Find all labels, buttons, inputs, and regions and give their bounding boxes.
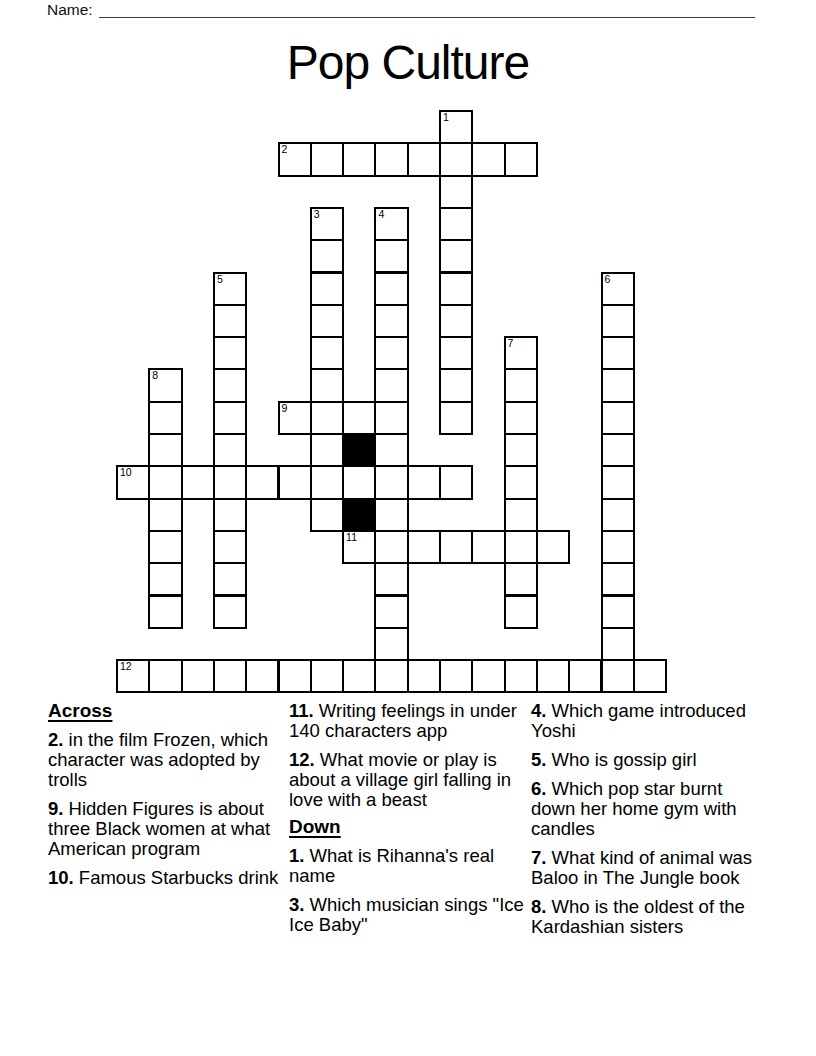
grid-cell[interactable]: [213, 562, 247, 596]
clue-number: 1.: [289, 845, 304, 866]
grid-cell[interactable]: [213, 595, 247, 629]
grid-cell[interactable]: [148, 401, 182, 435]
clue-down-1: 1. What is Rihanna's real name: [289, 846, 529, 886]
grid-cell[interactable]: [342, 659, 376, 693]
cell-number: 6: [605, 273, 611, 285]
cell-number: 12: [120, 660, 132, 672]
grid-cell[interactable]: [278, 659, 312, 693]
grid-cell[interactable]: [407, 142, 441, 176]
clue-column-3: 4. Which game introduced Yoshi 5. Who is…: [531, 701, 753, 937]
clue-number: 12.: [289, 749, 315, 770]
grid-cell[interactable]: [568, 659, 602, 693]
grid-cell[interactable]: [439, 142, 473, 176]
grid-cell[interactable]: [213, 530, 247, 564]
grid-cell[interactable]: [310, 465, 344, 499]
grid-cell[interactable]: [439, 659, 473, 693]
grid-cell[interactable]: [407, 659, 441, 693]
grid-cell[interactable]: 6: [601, 272, 635, 306]
clue-down-3: 3. Which musician sings "Ice Ice Baby": [289, 895, 529, 935]
grid-cell[interactable]: [148, 595, 182, 629]
grid-cell[interactable]: [213, 659, 247, 693]
grid-cell[interactable]: [148, 562, 182, 596]
grid-cell[interactable]: [374, 336, 408, 370]
name-row: Name:: [47, 1, 755, 18]
grid-cell[interactable]: [213, 465, 247, 499]
cell-number: 4: [378, 208, 384, 220]
grid-cell[interactable]: [439, 239, 473, 273]
page-title: Pop Culture: [0, 34, 816, 92]
clue-across-12: 12. What movie or play is about a villag…: [289, 750, 529, 810]
grid-cell[interactable]: 3: [310, 207, 344, 241]
grid-cell[interactable]: [504, 530, 538, 564]
clue-number: 10.: [48, 867, 74, 888]
grid-cell[interactable]: [278, 465, 312, 499]
cell-number: 3: [314, 208, 320, 220]
grid-cell[interactable]: [374, 498, 408, 532]
clue-number: 9.: [48, 798, 63, 819]
grid-cell[interactable]: [504, 368, 538, 402]
cell-number: 2: [282, 143, 288, 155]
clue-text: Which musician sings "Ice Ice Baby": [289, 894, 524, 935]
grid-cell[interactable]: [374, 595, 408, 629]
grid-cell[interactable]: [504, 142, 538, 176]
clue-text: Who is gossip girl: [552, 749, 697, 770]
grid-cell[interactable]: [310, 239, 344, 273]
grid-cell[interactable]: [504, 595, 538, 629]
grid-cell[interactable]: [504, 465, 538, 499]
clue-text: What movie or play is about a village gi…: [289, 749, 511, 810]
grid-cell[interactable]: [439, 401, 473, 435]
grid-cell[interactable]: [601, 401, 635, 435]
grid-cell[interactable]: [245, 465, 279, 499]
grid-cell[interactable]: [374, 142, 408, 176]
clue-across-11: 11. Writing feelings in under 140 charac…: [289, 701, 529, 741]
grid-cell[interactable]: [601, 368, 635, 402]
clue-across-9: 9. Hidden Figures is about three Black w…: [48, 799, 284, 859]
grid-cell[interactable]: [439, 272, 473, 306]
grid-cell[interactable]: [439, 304, 473, 338]
grid-cell[interactable]: [504, 498, 538, 532]
cell-number: 7: [508, 337, 514, 349]
grid-cell[interactable]: [374, 368, 408, 402]
grid-cell[interactable]: 5: [213, 272, 247, 306]
clue-down-7: 7. What kind of animal was Baloo in The …: [531, 848, 753, 888]
grid-cell[interactable]: [310, 401, 344, 435]
clue-text: What is Rihanna's real name: [289, 845, 494, 886]
name-label: Name:: [47, 1, 93, 18]
grid-cell[interactable]: [148, 433, 182, 467]
name-input-line[interactable]: [99, 1, 755, 18]
grid-cell[interactable]: [601, 336, 635, 370]
blocked-cell: [342, 498, 376, 532]
crossword-grid: 123456789101112: [117, 111, 666, 692]
grid-cell[interactable]: [213, 498, 247, 532]
grid-cell[interactable]: [374, 465, 408, 499]
grid-cell[interactable]: [601, 562, 635, 596]
cell-number: 1: [443, 111, 449, 123]
grid-cell[interactable]: [407, 530, 441, 564]
clue-text: Hidden Figures is about three Black wome…: [48, 798, 270, 859]
grid-cell[interactable]: [504, 562, 538, 596]
grid-cell[interactable]: [439, 175, 473, 209]
clue-number: 5.: [531, 749, 546, 770]
grid-cell[interactable]: 9: [278, 401, 312, 435]
grid-cell[interactable]: [213, 401, 247, 435]
grid-cell[interactable]: [374, 562, 408, 596]
grid-cell[interactable]: [213, 336, 247, 370]
clue-text: Who is the oldest of the Kardashian sist…: [531, 896, 745, 937]
grid-cell[interactable]: [181, 659, 215, 693]
grid-cell[interactable]: [374, 530, 408, 564]
worksheet-page: Name: Pop Culture 123456789101112 Across…: [0, 0, 816, 1056]
grid-cell[interactable]: 10: [116, 465, 150, 499]
grid-cell[interactable]: [633, 659, 667, 693]
grid-cell[interactable]: [601, 659, 635, 693]
grid-cell[interactable]: [148, 530, 182, 564]
grid-cell[interactable]: [601, 595, 635, 629]
grid-cell[interactable]: [374, 239, 408, 273]
grid-cell[interactable]: 4: [374, 207, 408, 241]
grid-cell[interactable]: [536, 659, 570, 693]
grid-cell[interactable]: [310, 142, 344, 176]
grid-cell[interactable]: [601, 433, 635, 467]
clue-number: 6.: [531, 778, 546, 799]
clue-number: 11.: [289, 700, 314, 721]
grid-cell[interactable]: [504, 659, 538, 693]
grid-cell[interactable]: 12: [116, 659, 150, 693]
grid-cell[interactable]: [471, 530, 505, 564]
clue-column-2: 11. Writing feelings in under 140 charac…: [289, 701, 529, 935]
clue-text: Famous Starbucks drink: [79, 867, 278, 888]
grid-cell[interactable]: [310, 336, 344, 370]
clue-down-4: 4. Which game introduced Yoshi: [531, 701, 753, 741]
grid-cell[interactable]: [601, 498, 635, 532]
clue-across-2: 2. in the film Frozen, which character w…: [48, 730, 284, 790]
grid-cell[interactable]: 2: [278, 142, 312, 176]
clue-number: 3.: [289, 894, 304, 915]
grid-cell[interactable]: [148, 498, 182, 532]
clue-across-10: 10. Famous Starbucks drink: [48, 868, 284, 888]
grid-cell[interactable]: 11: [342, 530, 376, 564]
across-heading: Across: [48, 701, 284, 721]
grid-cell[interactable]: [374, 433, 408, 467]
clue-down-6: 6. Which pop star burnt down her home gy…: [531, 779, 753, 839]
grid-cell[interactable]: [181, 465, 215, 499]
grid-cell[interactable]: [439, 368, 473, 402]
grid-cell[interactable]: [471, 659, 505, 693]
grid-cell[interactable]: [601, 465, 635, 499]
clue-number: 8.: [531, 896, 546, 917]
grid-cell[interactable]: [213, 433, 247, 467]
grid-cell[interactable]: [504, 401, 538, 435]
grid-cell[interactable]: [374, 272, 408, 306]
cell-number: 5: [217, 273, 223, 285]
clue-text: Writing feelings in under 140 characters…: [289, 700, 517, 741]
clue-text: What kind of animal was Baloo in The Jun…: [531, 847, 752, 888]
grid-cell[interactable]: [374, 304, 408, 338]
clue-text: in the film Frozen, which character was …: [48, 729, 268, 790]
grid-cell[interactable]: [601, 304, 635, 338]
grid-cell[interactable]: [439, 207, 473, 241]
grid-cell[interactable]: [439, 336, 473, 370]
grid-cell[interactable]: [439, 530, 473, 564]
grid-cell[interactable]: [310, 272, 344, 306]
clue-column-1: Across 2. in the film Frozen, which char…: [48, 701, 284, 888]
cell-number: 11: [346, 531, 357, 543]
grid-cell[interactable]: [439, 465, 473, 499]
grid-cell[interactable]: [310, 304, 344, 338]
grid-cell[interactable]: [213, 304, 247, 338]
grid-cell[interactable]: [310, 659, 344, 693]
grid-cell[interactable]: [471, 142, 505, 176]
clue-number: 2.: [48, 729, 63, 750]
clue-down-5: 5. Who is gossip girl: [531, 750, 753, 770]
grid-cell[interactable]: [601, 530, 635, 564]
cell-number: 10: [120, 466, 132, 478]
grid-cell[interactable]: [148, 465, 182, 499]
grid-cell[interactable]: [310, 368, 344, 402]
grid-cell[interactable]: [374, 401, 408, 435]
grid-cell[interactable]: [245, 659, 279, 693]
cell-number: 9: [282, 402, 288, 414]
grid-cell[interactable]: [536, 530, 570, 564]
grid-cell[interactable]: [407, 465, 441, 499]
grid-cell[interactable]: [374, 627, 408, 661]
clue-text: Which game introduced Yoshi: [531, 700, 746, 741]
grid-cell[interactable]: 7: [504, 336, 538, 370]
grid-cell[interactable]: [148, 659, 182, 693]
clue-number: 4.: [531, 700, 546, 721]
grid-cell[interactable]: [342, 142, 376, 176]
clue-down-8: 8. Who is the oldest of the Kardashian s…: [531, 897, 753, 937]
cell-number: 8: [152, 369, 158, 381]
blocked-cell: [342, 433, 376, 467]
clue-number: 7.: [531, 847, 546, 868]
grid-cell[interactable]: [342, 401, 376, 435]
grid-cell[interactable]: [342, 465, 376, 499]
clue-text: Which pop star burnt down her home gym w…: [531, 778, 737, 839]
grid-cell[interactable]: [310, 433, 344, 467]
grid-cell[interactable]: 1: [439, 110, 473, 144]
grid-cell[interactable]: [374, 659, 408, 693]
down-heading: Down: [289, 817, 529, 837]
grid-cell[interactable]: [213, 368, 247, 402]
grid-cell[interactable]: [601, 627, 635, 661]
grid-cell[interactable]: [504, 433, 538, 467]
grid-cell[interactable]: [310, 498, 344, 532]
grid-cell[interactable]: 8: [148, 368, 182, 402]
